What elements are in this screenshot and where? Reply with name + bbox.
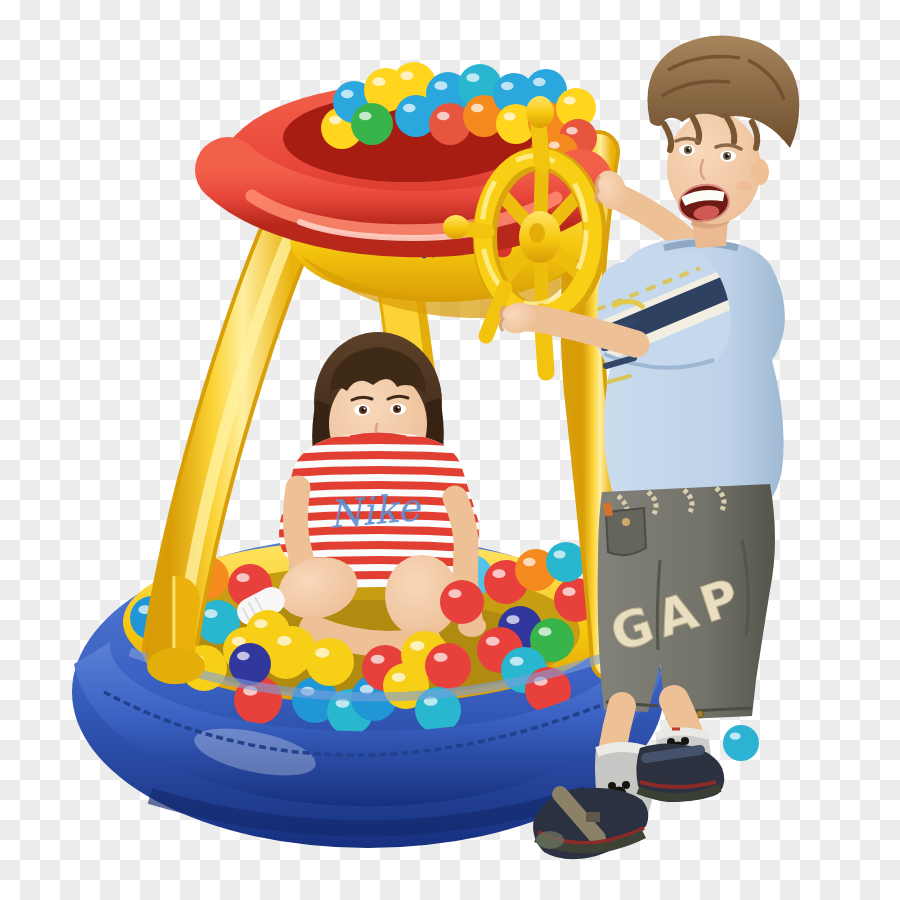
ball-highlight — [510, 657, 524, 666]
boy-ear — [751, 159, 769, 185]
ball-highlight — [538, 627, 551, 636]
ball-highlight — [523, 558, 536, 566]
ball-highlight — [566, 127, 577, 135]
ball-highlight — [448, 589, 461, 598]
floor-ball — [723, 725, 759, 761]
ball-highlight — [492, 569, 505, 578]
ball-highlight — [486, 637, 500, 646]
ball-pit-scene: Two children playing with an inflatable … — [0, 0, 900, 900]
play-ball — [425, 643, 471, 689]
ball-highlight — [471, 104, 484, 112]
ball-highlight — [554, 550, 566, 558]
play-ball — [546, 542, 586, 582]
ball-highlight — [466, 73, 479, 82]
ball-highlight — [204, 609, 217, 618]
ball-highlight — [562, 587, 575, 596]
boy-blush — [736, 181, 752, 191]
ball-highlight — [392, 673, 406, 682]
ball-highlight — [434, 653, 448, 662]
boy-shoe-front — [636, 743, 724, 802]
ball-highlight — [506, 615, 519, 624]
ball-highlight — [730, 733, 741, 740]
ball-highlight — [437, 112, 450, 120]
play-ball — [723, 725, 759, 761]
ball-highlight — [400, 71, 413, 80]
ball-highlight — [504, 112, 516, 120]
ball-highlight — [277, 636, 291, 646]
girl-shirt-script: Nike — [327, 485, 424, 537]
play-ball — [306, 638, 354, 686]
ball-highlight — [549, 142, 560, 149]
ball-highlight — [372, 77, 385, 86]
ball-highlight — [410, 641, 424, 651]
ball-highlight — [533, 78, 546, 86]
ball-highlight — [236, 573, 249, 582]
ball-highlight — [434, 81, 447, 90]
ball-highlight — [315, 648, 329, 658]
ball-highlight — [254, 619, 267, 628]
play-ball — [351, 103, 393, 145]
ball-highlight — [359, 112, 372, 120]
ball-highlight — [564, 96, 576, 104]
boy-cargo-shorts: GAP — [598, 484, 775, 720]
play-ball — [440, 580, 484, 624]
transparent-checkerboard-background: Two children playing with an inflatable … — [0, 0, 900, 900]
ball-highlight — [237, 652, 250, 660]
ball-highlight — [403, 104, 416, 112]
ball-highlight — [371, 655, 385, 664]
ball-highlight — [341, 90, 354, 98]
ball-highlight — [501, 82, 514, 90]
wheel-hub-dimple — [529, 223, 545, 243]
boy-head — [647, 35, 799, 224]
